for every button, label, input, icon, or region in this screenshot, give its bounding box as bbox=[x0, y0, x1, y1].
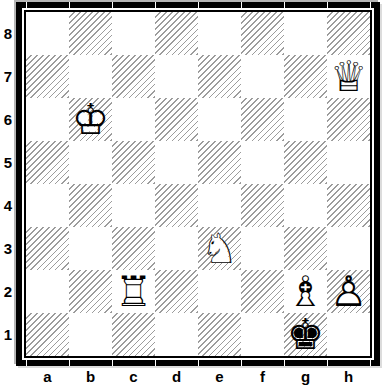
board: ♛♕♚♔♞♘♜♖♝♗♟♙♚ bbox=[26, 12, 370, 356]
square-f5[interactable] bbox=[241, 141, 284, 184]
rank-label-4: 4 bbox=[0, 184, 16, 227]
square-h8[interactable] bbox=[327, 12, 370, 55]
square-e7[interactable] bbox=[198, 55, 241, 98]
border-tick-marks-top bbox=[26, 2, 371, 8]
square-a3[interactable] bbox=[26, 227, 69, 270]
rank-label-5: 5 bbox=[0, 141, 16, 184]
white-king-b6[interactable]: ♚♔ bbox=[69, 98, 112, 141]
square-f8[interactable] bbox=[241, 12, 284, 55]
file-label-a: a bbox=[26, 366, 69, 386]
white-bishop-g2-glyph: ♗ bbox=[284, 270, 327, 313]
square-g7[interactable] bbox=[284, 55, 327, 98]
square-f1[interactable] bbox=[241, 313, 284, 356]
square-a1[interactable] bbox=[26, 313, 69, 356]
square-e8[interactable] bbox=[198, 12, 241, 55]
square-g5[interactable] bbox=[284, 141, 327, 184]
square-c3[interactable] bbox=[112, 227, 155, 270]
rank-label-7: 7 bbox=[0, 55, 16, 98]
square-b8[interactable] bbox=[69, 12, 112, 55]
square-g1[interactable]: ♚ bbox=[284, 313, 327, 356]
square-f6[interactable] bbox=[241, 98, 284, 141]
file-label-h: h bbox=[327, 366, 370, 386]
square-f7[interactable] bbox=[241, 55, 284, 98]
file-label-c: c bbox=[112, 366, 155, 386]
square-d1[interactable] bbox=[155, 313, 198, 356]
file-labels: abcdefgh bbox=[26, 366, 370, 386]
square-a6[interactable] bbox=[26, 98, 69, 141]
rank-label-8: 8 bbox=[0, 12, 16, 55]
square-g8[interactable] bbox=[284, 12, 327, 55]
black-king-g1[interactable]: ♚ bbox=[284, 313, 327, 356]
file-label-d: d bbox=[155, 366, 198, 386]
square-h1[interactable] bbox=[327, 313, 370, 356]
square-h3[interactable] bbox=[327, 227, 370, 270]
square-d3[interactable] bbox=[155, 227, 198, 270]
square-e3[interactable]: ♞♘ bbox=[198, 227, 241, 270]
black-king-g1-glyph: ♚ bbox=[284, 313, 327, 356]
square-c8[interactable] bbox=[112, 12, 155, 55]
square-g2[interactable]: ♝♗ bbox=[284, 270, 327, 313]
square-h6[interactable] bbox=[327, 98, 370, 141]
white-pawn-h2-glyph: ♙ bbox=[327, 270, 370, 313]
square-a8[interactable] bbox=[26, 12, 69, 55]
file-label-b: b bbox=[69, 366, 112, 386]
square-c7[interactable] bbox=[112, 55, 155, 98]
square-g3[interactable] bbox=[284, 227, 327, 270]
square-b6[interactable]: ♚♔ bbox=[69, 98, 112, 141]
square-b1[interactable] bbox=[69, 313, 112, 356]
square-d8[interactable] bbox=[155, 12, 198, 55]
square-b3[interactable] bbox=[69, 227, 112, 270]
square-c6[interactable] bbox=[112, 98, 155, 141]
square-d4[interactable] bbox=[155, 184, 198, 227]
white-bishop-g2[interactable]: ♝♗ bbox=[284, 270, 327, 313]
square-b5[interactable] bbox=[69, 141, 112, 184]
white-queen-h7-glyph: ♕ bbox=[327, 55, 370, 98]
white-rook-c2-glyph: ♖ bbox=[112, 270, 155, 313]
square-c1[interactable] bbox=[112, 313, 155, 356]
square-b4[interactable] bbox=[69, 184, 112, 227]
square-b2[interactable] bbox=[69, 270, 112, 313]
white-knight-e3-glyph: ♘ bbox=[198, 227, 241, 270]
white-king-b6-glyph: ♔ bbox=[69, 98, 112, 141]
rank-label-2: 2 bbox=[0, 270, 16, 313]
square-a7[interactable] bbox=[26, 55, 69, 98]
square-h7[interactable]: ♛♕ bbox=[327, 55, 370, 98]
board-outer-frame: ♛♕♚♔♞♘♜♖♝♗♟♙♚ bbox=[16, 2, 380, 366]
square-e4[interactable] bbox=[198, 184, 241, 227]
square-c5[interactable] bbox=[112, 141, 155, 184]
white-rook-c2[interactable]: ♜♖ bbox=[112, 270, 155, 313]
rank-labels: 87654321 bbox=[0, 12, 16, 356]
square-d7[interactable] bbox=[155, 55, 198, 98]
white-pawn-h2[interactable]: ♟♙ bbox=[327, 270, 370, 313]
rank-label-1: 1 bbox=[0, 313, 16, 356]
square-e5[interactable] bbox=[198, 141, 241, 184]
square-g6[interactable] bbox=[284, 98, 327, 141]
white-knight-e3[interactable]: ♞♘ bbox=[198, 227, 241, 270]
chess-diagram: 87654321 ♛♕♚♔♞♘♜♖♝♗♟♙♚ abcdefgh bbox=[0, 0, 384, 388]
square-h4[interactable] bbox=[327, 184, 370, 227]
square-a4[interactable] bbox=[26, 184, 69, 227]
rank-label-6: 6 bbox=[0, 98, 16, 141]
square-b7[interactable] bbox=[69, 55, 112, 98]
square-e1[interactable] bbox=[198, 313, 241, 356]
square-a2[interactable] bbox=[26, 270, 69, 313]
rank-label-3: 3 bbox=[0, 227, 16, 270]
square-d2[interactable] bbox=[155, 270, 198, 313]
square-f3[interactable] bbox=[241, 227, 284, 270]
square-a5[interactable] bbox=[26, 141, 69, 184]
square-e2[interactable] bbox=[198, 270, 241, 313]
file-label-g: g bbox=[284, 366, 327, 386]
square-h2[interactable]: ♟♙ bbox=[327, 270, 370, 313]
square-d6[interactable] bbox=[155, 98, 198, 141]
white-queen-h7[interactable]: ♛♕ bbox=[327, 55, 370, 98]
square-g4[interactable] bbox=[284, 184, 327, 227]
square-d5[interactable] bbox=[155, 141, 198, 184]
square-c2[interactable]: ♜♖ bbox=[112, 270, 155, 313]
board-inner-frame: ♛♕♚♔♞♘♜♖♝♗♟♙♚ bbox=[24, 10, 372, 358]
square-f4[interactable] bbox=[241, 184, 284, 227]
file-label-f: f bbox=[241, 366, 284, 386]
square-e6[interactable] bbox=[198, 98, 241, 141]
file-label-e: e bbox=[198, 366, 241, 386]
square-f2[interactable] bbox=[241, 270, 284, 313]
square-c4[interactable] bbox=[112, 184, 155, 227]
square-h5[interactable] bbox=[327, 141, 370, 184]
